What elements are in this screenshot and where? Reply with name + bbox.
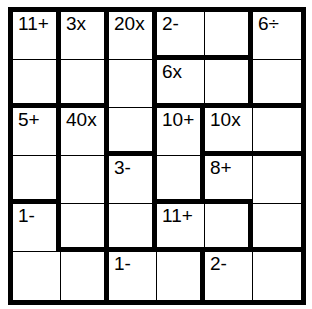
cell-r2c4[interactable]: 6x xyxy=(157,60,205,108)
cell-r1c1[interactable]: 11+ xyxy=(13,12,61,60)
cell-r2c5[interactable] xyxy=(205,60,253,108)
cage-clue: 6÷ xyxy=(258,13,279,35)
cage-clue: 3- xyxy=(114,157,131,179)
cell-r2c1[interactable] xyxy=(13,60,61,108)
cage-clue: 2- xyxy=(162,13,179,35)
cell-r1c5[interactable] xyxy=(205,12,253,60)
cell-r5c2[interactable] xyxy=(61,204,109,252)
cell-r5c4[interactable]: 11+ xyxy=(157,204,205,252)
cage-clue: 3x xyxy=(66,13,86,35)
cell-r3c2[interactable]: 40x xyxy=(61,108,109,156)
cell-r1c3[interactable]: 20x xyxy=(109,12,157,60)
cell-r6c6[interactable] xyxy=(253,252,301,300)
cell-r3c5[interactable]: 10x xyxy=(205,108,253,156)
kenken-puzzle: 11+3x20x2-6÷6x5+40x10+10x3-8+1-11+1-2- xyxy=(0,0,312,309)
cage-clue: 8+ xyxy=(210,157,232,179)
cell-r4c2[interactable] xyxy=(61,156,109,204)
cell-r3c6[interactable] xyxy=(253,108,301,156)
cage-clue: 1- xyxy=(114,253,131,275)
cell-r2c3[interactable] xyxy=(109,60,157,108)
cell-r4c3[interactable]: 3- xyxy=(109,156,157,204)
cell-r2c6[interactable] xyxy=(253,60,301,108)
cell-r6c5[interactable]: 2- xyxy=(205,252,253,300)
cell-r6c1[interactable] xyxy=(13,252,61,300)
cell-r6c3[interactable]: 1- xyxy=(109,252,157,300)
cell-r1c2[interactable]: 3x xyxy=(61,12,109,60)
cage-clue: 5+ xyxy=(18,109,40,131)
cage-clue: 20x xyxy=(114,13,145,35)
cell-r4c4[interactable] xyxy=(157,156,205,204)
cell-r4c5[interactable]: 8+ xyxy=(205,156,253,204)
cage-clue: 40x xyxy=(66,109,97,131)
cage-clue: 10+ xyxy=(162,109,194,131)
cage-clue: 11+ xyxy=(162,205,193,227)
cell-r3c1[interactable]: 5+ xyxy=(13,108,61,156)
cage-clue: 2- xyxy=(210,253,227,275)
cell-r6c4[interactable] xyxy=(157,252,205,300)
cell-r5c5[interactable] xyxy=(205,204,253,252)
cell-r1c6[interactable]: 6÷ xyxy=(253,12,301,60)
cell-r4c1[interactable] xyxy=(13,156,61,204)
cage-clue: 6x xyxy=(162,61,182,83)
cell-r5c6[interactable] xyxy=(253,204,301,252)
cell-r2c2[interactable] xyxy=(61,60,109,108)
cell-r5c1[interactable]: 1- xyxy=(13,204,61,252)
cell-r5c3[interactable] xyxy=(109,204,157,252)
cell-r4c6[interactable] xyxy=(253,156,301,204)
cell-r1c4[interactable]: 2- xyxy=(157,12,205,60)
cage-clue: 1- xyxy=(18,205,35,227)
cell-r6c2[interactable] xyxy=(61,252,109,300)
cell-r3c4[interactable]: 10+ xyxy=(157,108,205,156)
cell-r3c3[interactable] xyxy=(109,108,157,156)
cage-clue: 11+ xyxy=(18,13,49,35)
kenken-board: 11+3x20x2-6÷6x5+40x10+10x3-8+1-11+1-2- xyxy=(8,7,306,305)
cage-clue: 10x xyxy=(210,109,241,131)
